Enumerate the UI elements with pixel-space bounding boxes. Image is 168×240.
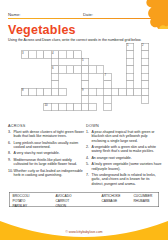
puzzle-piece-icon [136,0,168,29]
clue-item: 1.A pear-shaped tropical fruit with gree… [86,130,162,143]
grid-cell[interactable] [44,88,52,96]
bottom-wave-decoration [0,210,168,240]
cell-number: 5 [82,59,84,62]
page-title: Vegetables [8,22,76,37]
grid-cell[interactable] [74,66,82,74]
grid-cell[interactable] [134,88,142,96]
across-clues-header: ACROSS [8,123,84,128]
clue-item: 10.Whether curly or flat-leafed an indis… [8,168,84,177]
word-bank-item: PARSLEY [13,203,56,208]
word-bank-item [134,203,159,208]
instructions-text: Using the Across and Down clues, write t… [8,38,141,42]
clue-text: Long pinkish-sour leafstalks usually eat… [14,140,85,149]
grid-cell[interactable] [59,88,67,96]
clue-text: A leafy green vegetable (some varieties … [92,162,163,171]
word-bank-item: ONION [56,203,102,208]
clue-text: Whether curly or flat-leafed an indispen… [14,168,85,177]
clue-item: 9.Mediterranean thistle-like plant widel… [8,157,84,166]
clue-item: 8.A very starchy root vegetable. [8,151,84,155]
cell-number: 10 [45,104,48,107]
clue-item: 3.Plant with dense clusters of tight gre… [8,130,84,139]
clue-item: 4.An orange root vegetable. [86,155,162,159]
cell-number: 2 [142,44,144,47]
down-clues-header: DOWN [86,123,162,128]
grid-cell[interactable] [104,103,112,111]
clue-item: 5.A leafy green vegetable (some varietie… [86,162,162,171]
cell-number: 7 [105,74,107,77]
clue-item: 2.A vegetable with a green skin and a wh… [86,145,162,154]
cell-number: 6 [52,66,54,69]
cell-number: 9 [82,89,84,92]
word-bank-item [102,203,134,208]
grid-cell[interactable] [74,103,82,111]
clue-text: A very starchy root vegetable. [14,151,85,155]
word-bank: BROCCOLIAVOCADOARTICHOKECUCUMBERPOTATOCA… [9,192,159,207]
date-label: Date: [83,12,93,17]
name-label: Name: [8,12,21,17]
across-clues-section: ACROSS 3.Plant with dense clusters of ti… [8,123,84,179]
footer-url: © www.kittybabylove.com [0,230,168,234]
worksheet-page: Name: Date: Vegetables Using the Across … [0,0,168,240]
cell-number: 8 [22,89,24,92]
clue-text: A vegetable with a green skin and a whit… [92,145,163,154]
clue-text: Mediterranean thistle-like plant widely … [14,157,85,166]
clue-text: This underground bulb is related to leek… [92,173,163,186]
clue-text: An orange root vegetable. [92,155,163,159]
cell-number: 4 [52,51,54,54]
down-clues-list: 1.A pear-shaped tropical fruit with gree… [86,130,162,186]
clue-item: 6.Long pinkish-sour leafstalks usually e… [8,140,84,149]
cell-number: 3 [22,51,24,54]
grid-cell[interactable] [89,103,97,111]
clue-item: 7.This underground bulb is related to le… [86,173,162,186]
clue-text: Plant with dense clusters of tight green… [14,130,85,139]
down-clues-section: DOWN 1.A pear-shaped tropical fruit with… [86,123,162,188]
clue-text: A pear-shaped tropical fruit with green … [92,130,163,143]
grid-cell[interactable] [96,88,104,96]
grid-cell[interactable] [119,88,127,96]
across-clues-list: 3.Plant with dense clusters of tight gre… [8,130,84,178]
cell-number: 1 [127,44,129,47]
crossword-grid: 12346597810 [21,43,149,111]
grid-cell[interactable] [141,96,149,104]
